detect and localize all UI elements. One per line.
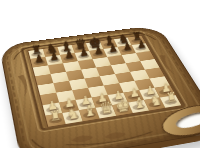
square-b1: ♞ [62,110,82,124]
chess-board: ♜♞♝♛♚♝♞♜♟♟♟♟♟♟♟♟♟♟♟♟♟♟♟♟♜♞♝♛♚♝♞♜ [27,35,182,128]
chess-set: ♜♞♝♛♚♝♞♜♟♟♟♟♟♟♟♟♟♟♟♟♟♟♟♟♜♞♝♛♚♝♞♜ [0,25,200,148]
square-a1: ♜ [45,113,65,127]
square-d1: ♛ [96,105,117,118]
carved-wood-frame: ♜♞♝♛♚♝♞♜♟♟♟♟♟♟♟♟♟♟♟♟♟♟♟♟♜♞♝♛♚♝♞♜ [0,25,200,148]
black-pawn: ♟ [134,37,150,53]
square-a5 [35,74,53,85]
chess-set-photo: ♜♞♝♛♚♝♞♜♟♟♟♟♟♟♟♟♟♟♟♟♟♟♟♟♜♞♝♛♚♝♞♜ [0,0,200,148]
square-e4 [100,74,119,85]
square-c4 [69,79,88,91]
square-e1: ♚ [112,103,133,116]
white-rook: ♜ [163,89,181,107]
black-pawn: ♟ [90,43,107,59]
square-c1: ♝ [79,108,100,121]
